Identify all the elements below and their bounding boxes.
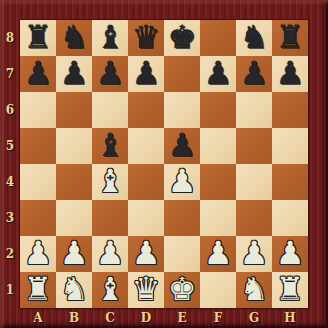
board-frame: 87654321 ABCDEFGH ♜♞♝♛♚♞♜♟♟♟♟♟♟♟♝♟♝♟♟♟♟♟… [0, 0, 328, 328]
black-bishop-piece[interactable]: ♝ [96, 19, 125, 55]
white-rook-piece[interactable]: ♜ [276, 271, 305, 307]
square-d2[interactable]: ♟ [128, 236, 164, 272]
rank-label-1: 1 [0, 272, 20, 308]
square-b6[interactable] [56, 92, 92, 128]
black-pawn-piece[interactable]: ♟ [204, 55, 233, 91]
file-label-b: B [56, 308, 92, 328]
file-label-a: A [20, 308, 56, 328]
square-b5[interactable] [56, 128, 92, 164]
rank-label-6: 6 [0, 92, 20, 128]
square-c2[interactable]: ♟ [92, 236, 128, 272]
white-pawn-piece[interactable]: ♟ [240, 235, 269, 271]
square-b4[interactable] [56, 164, 92, 200]
square-f6[interactable] [200, 92, 236, 128]
square-h3[interactable] [272, 200, 308, 236]
square-g6[interactable] [236, 92, 272, 128]
square-f1[interactable] [200, 272, 236, 308]
square-a3[interactable] [20, 200, 56, 236]
white-bishop-piece[interactable]: ♝ [96, 163, 125, 199]
square-d3[interactable] [128, 200, 164, 236]
square-d5[interactable] [128, 128, 164, 164]
square-a7[interactable]: ♟ [20, 56, 56, 92]
square-a1[interactable]: ♜ [20, 272, 56, 308]
square-d7[interactable]: ♟ [128, 56, 164, 92]
square-f8[interactable] [200, 20, 236, 56]
square-h8[interactable]: ♜ [272, 20, 308, 56]
file-label-d: D [128, 308, 164, 328]
square-g8[interactable]: ♞ [236, 20, 272, 56]
square-a5[interactable] [20, 128, 56, 164]
square-a4[interactable] [20, 164, 56, 200]
square-e7[interactable] [164, 56, 200, 92]
rank-label-4: 4 [0, 164, 20, 200]
black-pawn-piece[interactable]: ♟ [240, 55, 269, 91]
square-h7[interactable]: ♟ [272, 56, 308, 92]
square-f7[interactable]: ♟ [200, 56, 236, 92]
square-f5[interactable] [200, 128, 236, 164]
rank-labels: 87654321 [0, 20, 20, 308]
square-e6[interactable] [164, 92, 200, 128]
square-c6[interactable] [92, 92, 128, 128]
square-f4[interactable] [200, 164, 236, 200]
square-d4[interactable] [128, 164, 164, 200]
black-king-piece[interactable]: ♚ [168, 19, 197, 55]
black-queen-piece[interactable]: ♛ [132, 19, 161, 55]
black-bishop-piece[interactable]: ♝ [96, 127, 125, 163]
square-c4[interactable]: ♝ [92, 164, 128, 200]
white-pawn-piece[interactable]: ♟ [204, 235, 233, 271]
black-knight-piece[interactable]: ♞ [240, 19, 269, 55]
square-a6[interactable] [20, 92, 56, 128]
file-label-g: G [236, 308, 272, 328]
square-b1[interactable]: ♞ [56, 272, 92, 308]
file-label-e: E [164, 308, 200, 328]
black-pawn-piece[interactable]: ♟ [60, 55, 89, 91]
square-b2[interactable]: ♟ [56, 236, 92, 272]
square-g4[interactable] [236, 164, 272, 200]
white-pawn-piece[interactable]: ♟ [24, 235, 53, 271]
square-c7[interactable]: ♟ [92, 56, 128, 92]
square-c8[interactable]: ♝ [92, 20, 128, 56]
square-g7[interactable]: ♟ [236, 56, 272, 92]
square-a8[interactable]: ♜ [20, 20, 56, 56]
white-queen-piece[interactable]: ♛ [132, 271, 161, 307]
file-label-f: F [200, 308, 236, 328]
black-pawn-piece[interactable]: ♟ [132, 55, 161, 91]
square-e1[interactable]: ♚ [164, 272, 200, 308]
black-knight-piece[interactable]: ♞ [60, 19, 89, 55]
white-pawn-piece[interactable]: ♟ [132, 235, 161, 271]
square-e2[interactable] [164, 236, 200, 272]
square-e8[interactable]: ♚ [164, 20, 200, 56]
square-g1[interactable]: ♞ [236, 272, 272, 308]
square-e4[interactable]: ♟ [164, 164, 200, 200]
white-pawn-piece[interactable]: ♟ [276, 235, 305, 271]
square-h1[interactable]: ♜ [272, 272, 308, 308]
square-h6[interactable] [272, 92, 308, 128]
white-knight-piece[interactable]: ♞ [240, 271, 269, 307]
rank-label-2: 2 [0, 236, 20, 272]
square-d8[interactable]: ♛ [128, 20, 164, 56]
square-h5[interactable] [272, 128, 308, 164]
square-b7[interactable]: ♟ [56, 56, 92, 92]
square-c3[interactable] [92, 200, 128, 236]
black-rook-piece[interactable]: ♜ [276, 19, 305, 55]
white-rook-piece[interactable]: ♜ [24, 271, 53, 307]
file-labels: ABCDEFGH [20, 308, 308, 328]
square-e3[interactable] [164, 200, 200, 236]
square-a2[interactable]: ♟ [20, 236, 56, 272]
rank-label-8: 8 [0, 20, 20, 56]
file-label-c: C [92, 308, 128, 328]
square-f2[interactable]: ♟ [200, 236, 236, 272]
square-f3[interactable] [200, 200, 236, 236]
file-label-h: H [272, 308, 308, 328]
square-e5[interactable]: ♟ [164, 128, 200, 164]
square-h4[interactable] [272, 164, 308, 200]
black-pawn-piece[interactable]: ♟ [96, 55, 125, 91]
black-pawn-piece[interactable]: ♟ [168, 127, 197, 163]
white-pawn-piece[interactable]: ♟ [168, 163, 197, 199]
square-d6[interactable] [128, 92, 164, 128]
square-c1[interactable]: ♝ [92, 272, 128, 308]
black-rook-piece[interactable]: ♜ [24, 19, 53, 55]
square-g2[interactable]: ♟ [236, 236, 272, 272]
black-pawn-piece[interactable]: ♟ [276, 55, 305, 91]
white-knight-piece[interactable]: ♞ [60, 271, 89, 307]
square-b3[interactable] [56, 200, 92, 236]
black-pawn-piece[interactable]: ♟ [24, 55, 53, 91]
square-d1[interactable]: ♛ [128, 272, 164, 308]
square-g3[interactable] [236, 200, 272, 236]
white-pawn-piece[interactable]: ♟ [60, 235, 89, 271]
square-g5[interactable] [236, 128, 272, 164]
chess-board: ♜♞♝♛♚♞♜♟♟♟♟♟♟♟♝♟♝♟♟♟♟♟♟♟♟♜♞♝♛♚♞♜ [20, 20, 308, 308]
rank-label-5: 5 [0, 128, 20, 164]
white-bishop-piece[interactable]: ♝ [96, 271, 125, 307]
rank-label-7: 7 [0, 56, 20, 92]
square-h2[interactable]: ♟ [272, 236, 308, 272]
square-c5[interactable]: ♝ [92, 128, 128, 164]
white-king-piece[interactable]: ♚ [168, 271, 197, 307]
rank-label-3: 3 [0, 200, 20, 236]
square-b8[interactable]: ♞ [56, 20, 92, 56]
white-pawn-piece[interactable]: ♟ [96, 235, 125, 271]
